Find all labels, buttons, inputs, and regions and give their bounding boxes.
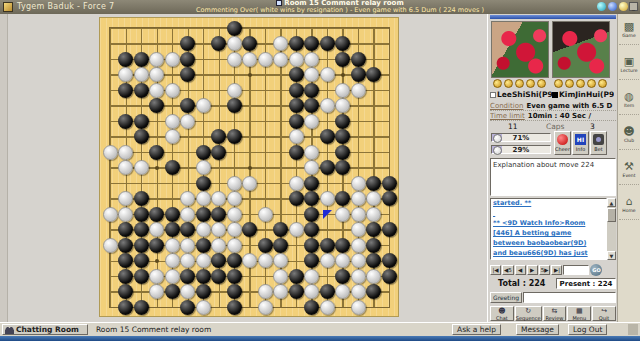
white-stone[interactable]	[196, 191, 211, 206]
white-stone[interactable]	[196, 253, 211, 268]
chat-button[interactable]: ☻Chat	[490, 306, 514, 321]
black-stone[interactable]	[335, 269, 350, 284]
black-stone[interactable]	[335, 36, 350, 51]
white-stone[interactable]	[149, 284, 164, 299]
black-stone[interactable]	[134, 114, 149, 129]
black-stone[interactable]	[304, 207, 319, 222]
white-stone[interactable]	[289, 129, 304, 144]
white-stone[interactable]	[273, 253, 288, 268]
black-stone[interactable]	[196, 238, 211, 253]
black-stone[interactable]	[335, 52, 350, 67]
white-stone[interactable]	[335, 207, 350, 222]
bet-button[interactable]: Bet	[590, 131, 607, 155]
black-stone[interactable]	[242, 36, 257, 51]
white-captures-count: 11	[508, 122, 518, 131]
gold-coin-icon	[526, 79, 535, 88]
black-stone[interactable]	[180, 222, 195, 237]
black-stone[interactable]	[304, 36, 319, 51]
black-stone[interactable]	[134, 300, 149, 315]
white-stone[interactable]	[227, 52, 242, 67]
greeting-row: Greeting	[490, 292, 616, 304]
black-stone-marker	[552, 92, 558, 98]
black-stone[interactable]	[335, 191, 350, 206]
move-number-input[interactable]	[563, 265, 589, 275]
rose-overlay	[492, 22, 548, 77]
white-stone[interactable]	[211, 222, 226, 237]
betting-bar-black[interactable]: 29%	[491, 145, 551, 154]
white-stone[interactable]	[335, 253, 350, 268]
info-button[interactable]: HIInfo	[572, 131, 589, 155]
time-limit-value: 10min : 40 Sec /	[528, 112, 591, 120]
black-stone[interactable]	[320, 36, 335, 51]
taskbar-strip	[0, 336, 640, 341]
quit-button[interactable]: ↪Quit	[592, 306, 616, 321]
white-stone[interactable]	[180, 191, 195, 206]
black-stone[interactable]	[320, 129, 335, 144]
black-stone[interactable]	[180, 269, 195, 284]
black-stone[interactable]	[118, 238, 133, 253]
white-stone[interactable]	[258, 253, 273, 268]
black-stone[interactable]	[165, 284, 180, 299]
titlebar-orb-cyan[interactable]	[597, 2, 606, 11]
black-stone[interactable]	[289, 269, 304, 284]
black-stone[interactable]	[227, 129, 242, 144]
black-stone[interactable]	[320, 284, 335, 299]
white-stone[interactable]	[258, 300, 273, 315]
white-stone[interactable]	[242, 52, 257, 67]
lecture-icon: ▣	[619, 56, 639, 68]
black-stone[interactable]	[180, 52, 195, 67]
white-stone[interactable]	[366, 207, 381, 222]
gold-coin-icon	[493, 79, 502, 88]
white-stone[interactable]	[149, 83, 164, 98]
white-stone[interactable]	[227, 238, 242, 253]
black-stone[interactable]	[118, 253, 133, 268]
white-stone[interactable]	[165, 114, 180, 129]
black-stone[interactable]	[149, 207, 164, 222]
black-stone[interactable]	[211, 269, 226, 284]
white-stone[interactable]	[227, 222, 242, 237]
white-stone[interactable]	[196, 222, 211, 237]
white-stone[interactable]	[273, 36, 288, 51]
white-stone[interactable]	[118, 145, 133, 160]
black-stone[interactable]	[196, 145, 211, 160]
black-stone[interactable]	[149, 145, 164, 160]
white-stone[interactable]	[242, 253, 257, 268]
white-stone[interactable]	[273, 269, 288, 284]
black-stone[interactable]	[134, 269, 149, 284]
black-captures-count: 3	[590, 122, 595, 131]
white-stone[interactable]	[196, 300, 211, 315]
black-stone[interactable]	[227, 253, 242, 268]
black-stone[interactable]	[366, 222, 381, 237]
black-stone[interactable]	[242, 222, 257, 237]
white-stone[interactable]	[351, 222, 366, 237]
black-stone[interactable]	[196, 269, 211, 284]
black-stone[interactable]	[134, 52, 149, 67]
black-stone[interactable]	[118, 83, 133, 98]
white-stone[interactable]	[366, 191, 381, 206]
chat-icon: ☻	[491, 308, 513, 315]
greeting-input[interactable]	[523, 292, 616, 303]
white-stone[interactable]	[320, 191, 335, 206]
white-stone[interactable]	[103, 207, 118, 222]
black-stone[interactable]	[118, 284, 133, 299]
white-stone[interactable]	[180, 114, 195, 129]
black-stone[interactable]	[304, 98, 319, 113]
black-stone[interactable]	[196, 284, 211, 299]
black-stone[interactable]	[304, 222, 319, 237]
hi-badge-icon: HI	[575, 134, 586, 145]
nav-5-button[interactable]: ◀5	[502, 265, 514, 275]
nav-5-button[interactable]: 5▶	[539, 265, 551, 275]
menu-button[interactable]: ▦Menu	[567, 306, 591, 321]
white-stone[interactable]	[180, 284, 195, 299]
white-stone[interactable]	[211, 191, 226, 206]
black-stone[interactable]	[134, 129, 149, 144]
black-stone[interactable]	[180, 300, 195, 315]
black-stone[interactable]	[134, 253, 149, 268]
black-stone[interactable]	[211, 253, 226, 268]
black-stone[interactable]	[180, 36, 195, 51]
black-stone[interactable]	[118, 114, 133, 129]
black-stone[interactable]	[351, 52, 366, 67]
last-move-marker	[323, 210, 332, 219]
white-player-coins	[493, 79, 546, 88]
white-stone[interactable]	[149, 269, 164, 284]
black-player-coins	[554, 79, 607, 88]
white-stone[interactable]	[242, 176, 257, 191]
white-stone[interactable]	[351, 300, 366, 315]
nav--button[interactable]: ▶	[527, 265, 538, 275]
white-stone[interactable]	[351, 253, 366, 268]
black-stone[interactable]	[289, 36, 304, 51]
nav--button[interactable]: ▶|	[551, 265, 562, 275]
rose-overlay	[553, 22, 609, 77]
game-icon: ▩	[619, 21, 639, 33]
gold-coin-icon	[504, 79, 513, 88]
strip-home-button[interactable]: ⌂Home	[619, 194, 639, 220]
white-stone[interactable]	[304, 145, 319, 160]
black-stone[interactable]	[289, 83, 304, 98]
black-stone[interactable]	[273, 222, 288, 237]
black-stone[interactable]	[134, 83, 149, 98]
white-stone[interactable]	[289, 52, 304, 67]
white-stone[interactable]	[289, 222, 304, 237]
white-stone[interactable]	[351, 269, 366, 284]
black-stone[interactable]	[382, 176, 397, 191]
nav--button[interactable]: |◀	[490, 265, 501, 275]
black-player-name: KimJinHui(P9)	[552, 90, 614, 100]
black-stone[interactable]	[351, 67, 366, 82]
black-stone[interactable]	[227, 21, 242, 36]
black-stone[interactable]	[211, 145, 226, 160]
white-stone[interactable]	[304, 114, 319, 129]
review-icon: ⇆	[544, 308, 566, 315]
chat-scrollbar[interactable]: ▲ ▼	[607, 198, 616, 260]
black-stone[interactable]	[289, 114, 304, 129]
white-stone[interactable]	[196, 160, 211, 175]
white-stone[interactable]	[180, 238, 195, 253]
white-stone[interactable]	[165, 129, 180, 144]
white-stone[interactable]	[165, 238, 180, 253]
black-stone[interactable]	[289, 98, 304, 113]
black-stone[interactable]	[165, 160, 180, 175]
white-stone[interactable]	[227, 207, 242, 222]
black-stone[interactable]	[335, 114, 350, 129]
white-stone[interactable]	[227, 191, 242, 206]
white-stone[interactable]	[335, 83, 350, 98]
captures-label: Caps	[546, 122, 565, 131]
review-button[interactable]: ⇆Review	[543, 306, 567, 321]
white-stone[interactable]	[351, 83, 366, 98]
resize-corner[interactable]	[628, 324, 638, 335]
black-stone[interactable]	[289, 191, 304, 206]
go-button[interactable]: GO	[590, 264, 602, 276]
black-stone[interactable]	[149, 98, 164, 113]
white-stone[interactable]	[351, 284, 366, 299]
ask-help-button[interactable]: Ask a help	[452, 324, 501, 335]
black-stone[interactable]	[304, 191, 319, 206]
white-stone[interactable]	[258, 284, 273, 299]
white-stone[interactable]	[304, 284, 319, 299]
white-stone[interactable]	[165, 269, 180, 284]
chat-line: started. **	[493, 200, 604, 207]
star-point	[155, 259, 159, 263]
black-stone[interactable]	[382, 269, 397, 284]
condition-label: Condition	[490, 102, 523, 110]
black-stone[interactable]	[196, 207, 211, 222]
sequence-button[interactable]: ↻Sequence	[515, 306, 542, 321]
black-stone[interactable]	[118, 269, 133, 284]
tygem-client-window: Tygem Baduk - Force 7 Room 15 Comment re…	[0, 0, 640, 341]
white-stone[interactable]	[118, 67, 133, 82]
black-bet-percent: 29%	[492, 146, 550, 155]
strip-club-button[interactable]: ☻Club	[619, 124, 639, 150]
scroll-down-arrow[interactable]: ▼	[607, 251, 616, 260]
cheer-button[interactable]: Cheer	[554, 131, 571, 155]
white-stone[interactable]	[320, 300, 335, 315]
white-bet-percent: 71%	[492, 134, 550, 143]
white-stone[interactable]	[118, 160, 133, 175]
white-stone[interactable]	[118, 191, 133, 206]
black-stone[interactable]	[227, 300, 242, 315]
go-board[interactable]	[99, 17, 399, 317]
black-stone[interactable]	[382, 191, 397, 206]
black-stone[interactable]	[289, 284, 304, 299]
board-panel	[0, 14, 487, 322]
black-stone[interactable]	[335, 129, 350, 144]
red-ball-icon	[557, 134, 568, 145]
black-stone[interactable]	[227, 284, 242, 299]
white-stone[interactable]	[196, 98, 211, 113]
black-stone[interactable]	[134, 222, 149, 237]
black-stone[interactable]	[258, 238, 273, 253]
right-icon-strip: ▩Game▣Lecture◍Item☻Club⚒Event⌂Home	[617, 14, 640, 322]
black-stone[interactable]	[227, 269, 242, 284]
explanation-box[interactable]: Explanation about move 224	[490, 158, 616, 196]
white-stone[interactable]	[320, 253, 335, 268]
strip-event-button[interactable]: ⚒Event	[619, 159, 639, 185]
white-stone[interactable]	[366, 269, 381, 284]
black-stone[interactable]	[180, 67, 195, 82]
gold-coin-icon	[598, 79, 607, 88]
white-stone[interactable]	[273, 284, 288, 299]
white-stone[interactable]	[273, 52, 288, 67]
white-stone[interactable]	[304, 67, 319, 82]
black-stone[interactable]	[165, 222, 180, 237]
title-bar: Tygem Baduk - Force 7 Room 15 Comment re…	[0, 0, 640, 14]
title-center: Room 15 Comment relay room Commenting Ov…	[190, 0, 490, 14]
white-stone[interactable]	[180, 253, 195, 268]
white-stone[interactable]	[351, 176, 366, 191]
titlebar-orb-gold[interactable]	[619, 2, 628, 11]
sidebar-toolbar: ☻Chat↻Sequence⇆Review▦Menu↪Quit	[490, 306, 616, 321]
black-stone[interactable]	[118, 222, 133, 237]
white-stone[interactable]	[289, 176, 304, 191]
white-stone[interactable]	[165, 253, 180, 268]
white-stone[interactable]	[320, 67, 335, 82]
logout-button[interactable]: Log Out	[568, 324, 607, 335]
white-stone[interactable]	[134, 67, 149, 82]
chat-message-area[interactable]: started. ** ** <9D Watch Info>Room[446] …	[490, 198, 607, 260]
chat-line	[493, 210, 604, 217]
white-stone[interactable]	[180, 207, 195, 222]
present-move: Present : 224	[556, 278, 616, 289]
black-player-photo	[552, 21, 610, 78]
black-stone[interactable]	[366, 176, 381, 191]
black-stone[interactable]	[366, 253, 381, 268]
club-icon: ☻	[619, 126, 639, 138]
minimize-button[interactable]: _	[629, 2, 638, 11]
white-stone[interactable]	[335, 98, 350, 113]
black-stone[interactable]	[134, 238, 149, 253]
scroll-thumb[interactable]	[607, 208, 616, 222]
move-navigation: |◀◀5◀▶5▶▶| GO	[490, 264, 616, 276]
strip-game-button[interactable]: ▩Game	[619, 19, 639, 45]
black-stone[interactable]	[366, 67, 381, 82]
white-stone[interactable]	[227, 83, 242, 98]
black-stone[interactable]	[227, 98, 242, 113]
move-counters: Total : 224 Present : 224	[490, 278, 616, 290]
black-stone[interactable]	[196, 176, 211, 191]
black-stone[interactable]	[118, 300, 133, 315]
black-stone[interactable]	[335, 145, 350, 160]
black-stone[interactable]	[211, 36, 226, 51]
star-point	[248, 166, 252, 170]
white-stone[interactable]	[227, 36, 242, 51]
time-limit-label: Time limit	[490, 112, 525, 120]
white-stone[interactable]	[211, 238, 226, 253]
sidebar: LeeShiShi(P9) KimJinHui(P9) ConditionEve…	[487, 14, 617, 322]
black-stone[interactable]	[289, 67, 304, 82]
condition-value: Even game with 6.5 D	[526, 102, 612, 110]
black-stone[interactable]	[366, 238, 381, 253]
black-stone[interactable]	[180, 98, 195, 113]
black-stone[interactable]	[165, 207, 180, 222]
white-stone[interactable]	[149, 52, 164, 67]
strip-item-button[interactable]: ◍Item	[619, 89, 639, 115]
game-status-line: Commenting Over( white wins by resignati…	[190, 7, 490, 14]
titlebar-orb-blue[interactable]	[608, 2, 617, 11]
white-stone[interactable]	[351, 191, 366, 206]
condition-row: ConditionEven game with 6.5 D	[490, 102, 616, 111]
white-stone[interactable]	[304, 160, 319, 175]
strip-lecture-button[interactable]: ▣Lecture	[619, 54, 639, 80]
nav--button[interactable]: ◀	[515, 265, 526, 275]
time-limit-row: Time limit10min : 40 Sec /	[490, 112, 616, 121]
white-stone[interactable]	[134, 160, 149, 175]
bottom-bar: Chatting Room Room 15 Comment relay room…	[0, 322, 640, 336]
white-stone[interactable]	[165, 52, 180, 67]
white-stone[interactable]	[351, 238, 366, 253]
white-stone[interactable]	[351, 207, 366, 222]
black-stone[interactable]	[304, 253, 319, 268]
white-stone[interactable]	[103, 238, 118, 253]
star-point	[248, 73, 252, 77]
black-stone[interactable]	[211, 129, 226, 144]
white-stone[interactable]	[258, 207, 273, 222]
left-edge-strip	[0, 14, 8, 322]
camera-icon	[593, 134, 604, 145]
black-stone[interactable]	[335, 238, 350, 253]
scroll-up-arrow[interactable]: ▲	[607, 198, 616, 207]
black-stone[interactable]	[134, 191, 149, 206]
sidebar-header-stripe	[490, 15, 616, 19]
black-stone[interactable]	[382, 222, 397, 237]
chatting-room-tab[interactable]: Chatting Room	[2, 324, 88, 335]
white-stone[interactable]	[149, 67, 164, 82]
message-button[interactable]: Message	[516, 324, 559, 335]
gold-coin-icon	[565, 79, 574, 88]
black-stone[interactable]	[320, 160, 335, 175]
white-stone[interactable]	[227, 176, 242, 191]
captures-row: 11 Caps 3	[490, 122, 616, 131]
gold-coin-icon	[587, 79, 596, 88]
black-stone[interactable]	[366, 284, 381, 299]
white-stone[interactable]	[165, 83, 180, 98]
black-stone[interactable]	[304, 176, 319, 191]
black-stone[interactable]	[335, 160, 350, 175]
white-stone[interactable]	[335, 284, 350, 299]
black-stone[interactable]	[382, 253, 397, 268]
black-stone[interactable]	[304, 83, 319, 98]
black-stone[interactable]	[289, 145, 304, 160]
black-stone[interactable]	[211, 207, 226, 222]
white-stone[interactable]	[118, 207, 133, 222]
white-stone[interactable]	[258, 52, 273, 67]
black-stone[interactable]	[304, 238, 319, 253]
white-player-photo	[491, 21, 549, 78]
black-stone[interactable]	[134, 207, 149, 222]
white-stone[interactable]	[103, 145, 118, 160]
chat-line: and beau666(9D) has just	[493, 250, 604, 257]
black-stone[interactable]	[118, 52, 133, 67]
betting-bar-white[interactable]: 71%	[491, 133, 551, 142]
gold-coin-icon	[515, 79, 524, 88]
white-stone[interactable]	[149, 222, 164, 237]
white-stone[interactable]	[320, 98, 335, 113]
greeting-button[interactable]: Greeting	[490, 292, 522, 303]
white-stone[interactable]	[304, 269, 319, 284]
white-stone-marker	[490, 92, 496, 98]
white-stone[interactable]	[304, 52, 319, 67]
black-stone[interactable]	[273, 238, 288, 253]
black-stone[interactable]	[149, 238, 164, 253]
black-stone[interactable]	[320, 238, 335, 253]
room-name-label: Room 15 Comment relay room	[96, 325, 211, 334]
black-stone[interactable]	[304, 300, 319, 315]
